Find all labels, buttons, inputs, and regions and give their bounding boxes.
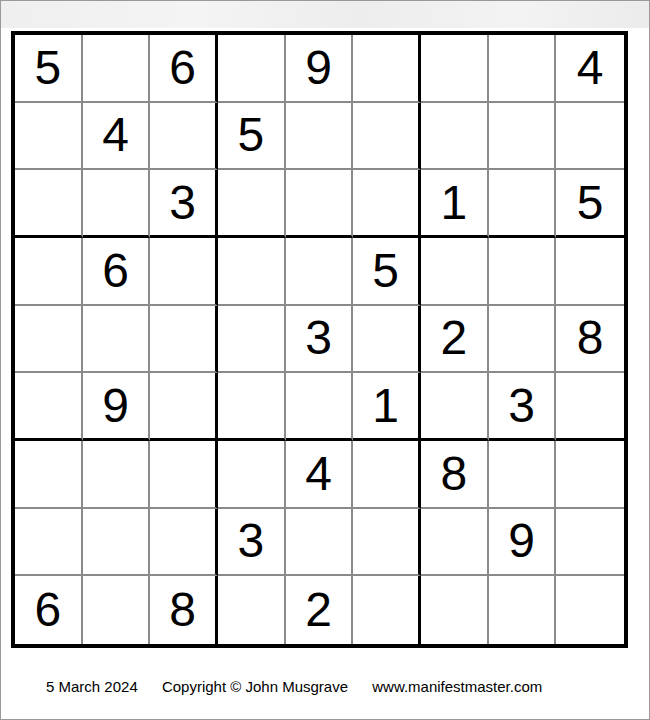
cell-r8c6[interactable] — [353, 509, 421, 577]
cell-r6c9[interactable] — [556, 373, 624, 441]
header-band — [1, 1, 649, 28]
cell-r5c5[interactable]: 3 — [286, 306, 354, 374]
cell-r3c2[interactable] — [83, 170, 151, 238]
cell-r6c6[interactable]: 1 — [353, 373, 421, 441]
cell-r4c7[interactable] — [421, 238, 489, 306]
cell-r1c6[interactable] — [353, 35, 421, 103]
cell-r3c6[interactable] — [353, 170, 421, 238]
cell-r3c8[interactable] — [489, 170, 557, 238]
sudoku-board: 569445315653289134839682 — [11, 31, 628, 648]
cell-r2c1[interactable] — [15, 103, 83, 171]
cell-r1c2[interactable] — [83, 35, 151, 103]
cell-r1c5[interactable]: 9 — [286, 35, 354, 103]
cell-r5c9[interactable]: 8 — [556, 306, 624, 374]
cell-r6c1[interactable] — [15, 373, 83, 441]
cell-r2c6[interactable] — [353, 103, 421, 171]
cell-r4c4[interactable] — [218, 238, 286, 306]
cell-r1c9[interactable]: 4 — [556, 35, 624, 103]
cell-r2c8[interactable] — [489, 103, 557, 171]
cell-r1c4[interactable] — [218, 35, 286, 103]
cell-r2c2[interactable]: 4 — [83, 103, 151, 171]
cell-r4c1[interactable] — [15, 238, 83, 306]
cell-r6c4[interactable] — [218, 373, 286, 441]
cell-r1c1[interactable]: 5 — [15, 35, 83, 103]
cell-r6c5[interactable] — [286, 373, 354, 441]
cell-r7c1[interactable] — [15, 441, 83, 509]
cell-r6c7[interactable] — [421, 373, 489, 441]
cell-r7c6[interactable] — [353, 441, 421, 509]
cell-r9c2[interactable] — [83, 576, 151, 644]
cell-r7c3[interactable] — [150, 441, 218, 509]
cell-r9c5[interactable]: 2 — [286, 576, 354, 644]
cell-r8c3[interactable] — [150, 509, 218, 577]
cell-r7c4[interactable] — [218, 441, 286, 509]
cell-r5c3[interactable] — [150, 306, 218, 374]
cell-r8c8[interactable]: 9 — [489, 509, 557, 577]
cell-r5c8[interactable] — [489, 306, 557, 374]
cell-r8c1[interactable] — [15, 509, 83, 577]
cell-r5c6[interactable] — [353, 306, 421, 374]
cell-r9c6[interactable] — [353, 576, 421, 644]
cell-r7c8[interactable] — [489, 441, 557, 509]
cell-r3c7[interactable]: 1 — [421, 170, 489, 238]
cell-r9c4[interactable] — [218, 576, 286, 644]
cell-r2c5[interactable] — [286, 103, 354, 171]
cell-r3c4[interactable] — [218, 170, 286, 238]
footer: 5 March 2024 Copyright © John Musgrave w… — [46, 678, 542, 695]
cell-r9c8[interactable] — [489, 576, 557, 644]
cell-r6c8[interactable]: 3 — [489, 373, 557, 441]
cell-r4c5[interactable] — [286, 238, 354, 306]
cell-r6c3[interactable] — [150, 373, 218, 441]
cell-r3c1[interactable] — [15, 170, 83, 238]
page: 569445315653289134839682 5 March 2024 Co… — [0, 0, 650, 720]
cell-r7c2[interactable] — [83, 441, 151, 509]
cell-r3c3[interactable]: 3 — [150, 170, 218, 238]
cell-r4c6[interactable]: 5 — [353, 238, 421, 306]
cell-r5c7[interactable]: 2 — [421, 306, 489, 374]
cell-r2c7[interactable] — [421, 103, 489, 171]
cell-r4c9[interactable] — [556, 238, 624, 306]
cell-r1c3[interactable]: 6 — [150, 35, 218, 103]
cell-r1c8[interactable] — [489, 35, 557, 103]
cell-r9c9[interactable] — [556, 576, 624, 644]
cell-r4c8[interactable] — [489, 238, 557, 306]
cell-r4c3[interactable] — [150, 238, 218, 306]
cell-r2c4[interactable]: 5 — [218, 103, 286, 171]
cell-r2c3[interactable] — [150, 103, 218, 171]
footer-copyright: Copyright © John Musgrave — [162, 678, 348, 695]
cell-r1c7[interactable] — [421, 35, 489, 103]
cell-r8c7[interactable] — [421, 509, 489, 577]
footer-website: www.manifestmaster.com — [372, 678, 542, 695]
footer-date: 5 March 2024 — [46, 678, 138, 695]
cell-r9c1[interactable]: 6 — [15, 576, 83, 644]
cell-r3c9[interactable]: 5 — [556, 170, 624, 238]
cell-r9c7[interactable] — [421, 576, 489, 644]
cell-r5c2[interactable] — [83, 306, 151, 374]
cell-r2c9[interactable] — [556, 103, 624, 171]
cell-r8c4[interactable]: 3 — [218, 509, 286, 577]
cell-r6c2[interactable]: 9 — [83, 373, 151, 441]
cell-r8c2[interactable] — [83, 509, 151, 577]
cell-r8c5[interactable] — [286, 509, 354, 577]
cell-r3c5[interactable] — [286, 170, 354, 238]
cell-r8c9[interactable] — [556, 509, 624, 577]
cell-r5c4[interactable] — [218, 306, 286, 374]
cell-r4c2[interactable]: 6 — [83, 238, 151, 306]
cell-r9c3[interactable]: 8 — [150, 576, 218, 644]
cell-r7c5[interactable]: 4 — [286, 441, 354, 509]
cell-r7c7[interactable]: 8 — [421, 441, 489, 509]
cell-r7c9[interactable] — [556, 441, 624, 509]
cell-r5c1[interactable] — [15, 306, 83, 374]
